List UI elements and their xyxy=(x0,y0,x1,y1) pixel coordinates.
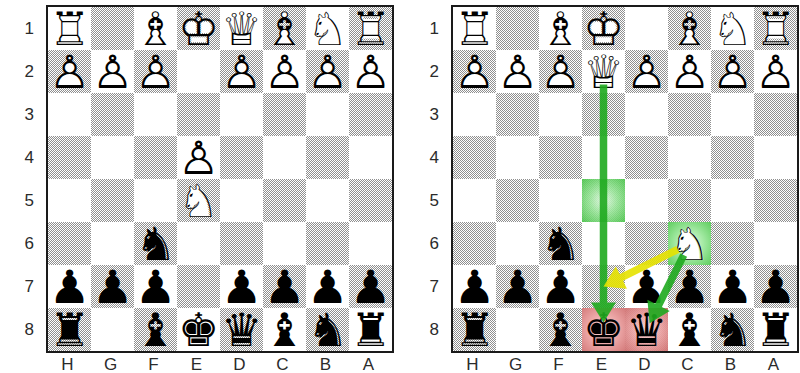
piece-glyph: ♟ xyxy=(263,265,306,308)
piece-glyph: ♙ xyxy=(91,50,134,93)
square-h3[interactable] xyxy=(453,93,496,136)
piece-white-pawn-g2[interactable]: ♟♙ xyxy=(91,50,134,93)
piece-black-bishop-f8[interactable]: ♝ xyxy=(539,308,582,351)
piece-glyph: ♝ xyxy=(539,308,582,351)
piece-glyph: ♝ xyxy=(263,308,306,351)
piece-glyph: ♜ xyxy=(453,308,496,351)
square-h8[interactable]: ♜ xyxy=(453,308,496,351)
file-labels-left: HGFEDCBA xyxy=(46,354,394,373)
piece-black-pawn-a7[interactable]: ♟ xyxy=(754,265,797,308)
piece-glyph: ♙ xyxy=(220,50,263,93)
piece-black-knight-b8[interactable]: ♞ xyxy=(711,308,754,351)
piece-glyph: ♙ xyxy=(134,50,177,93)
piece-white-queen-d1[interactable]: ♛♕ xyxy=(220,7,263,50)
square-e7[interactable] xyxy=(177,265,220,308)
piece-glyph: ♗ xyxy=(668,7,711,50)
piece-glyph: ♖ xyxy=(453,7,496,50)
piece-glyph: ♟ xyxy=(91,265,134,308)
square-b7[interactable]: ♟ xyxy=(711,265,754,308)
square-h4[interactable] xyxy=(453,136,496,179)
piece-glyph: ♜ xyxy=(48,308,91,351)
square-h8[interactable]: ♜ xyxy=(48,308,91,351)
piece-white-pawn-b2[interactable]: ♟♙ xyxy=(306,50,349,93)
file-label-b: B xyxy=(304,354,347,373)
square-b4[interactable] xyxy=(711,136,754,179)
piece-white-pawn-a2[interactable]: ♟♙ xyxy=(349,50,392,93)
piece-white-bishop-f1[interactable]: ♝♗ xyxy=(539,7,582,50)
square-e3[interactable] xyxy=(177,93,220,136)
piece-glyph: ♚ xyxy=(177,308,220,351)
piece-glyph: ♔ xyxy=(582,7,625,50)
highlight-e5-green xyxy=(582,179,625,222)
piece-black-knight-b8[interactable]: ♞ xyxy=(306,308,349,351)
piece-black-queen-d8[interactable]: ♛ xyxy=(220,308,263,351)
piece-black-pawn-g7[interactable]: ♟ xyxy=(496,265,539,308)
rank-label-1: 1 xyxy=(415,7,451,50)
square-f4[interactable] xyxy=(134,136,177,179)
file-labels-right: HGFEDCBA xyxy=(451,354,799,373)
square-f8[interactable]: ♝ xyxy=(539,308,582,351)
piece-white-pawn-a2[interactable]: ♟♙ xyxy=(754,50,797,93)
piece-glyph: ♙ xyxy=(263,50,306,93)
square-d5[interactable] xyxy=(625,179,668,222)
piece-black-pawn-c7[interactable]: ♟ xyxy=(668,265,711,308)
square-d6[interactable] xyxy=(625,222,668,265)
piece-glyph: ♟ xyxy=(539,265,582,308)
square-a2[interactable]: ♟♙ xyxy=(754,50,797,93)
square-a3[interactable] xyxy=(349,93,392,136)
piece-black-bishop-c8[interactable]: ♝ xyxy=(668,308,711,351)
piece-white-king-e1[interactable]: ♚♔ xyxy=(177,7,220,50)
square-a8[interactable]: ♜ xyxy=(754,308,797,351)
square-h7[interactable]: ♟ xyxy=(453,265,496,308)
square-e5[interactable]: ♞♘ xyxy=(177,179,220,222)
square-h5[interactable] xyxy=(453,179,496,222)
piece-glyph: ♟ xyxy=(625,265,668,308)
piece-glyph: ♙ xyxy=(48,50,91,93)
piece-glyph: ♘ xyxy=(668,222,711,265)
piece-white-rook-a1[interactable]: ♜♖ xyxy=(754,7,797,50)
piece-black-king-e8[interactable]: ♚ xyxy=(582,308,625,351)
rank-label-3: 3 xyxy=(415,93,451,136)
piece-glyph: ♟ xyxy=(496,265,539,308)
file-label-c: C xyxy=(261,354,304,373)
square-a4[interactable] xyxy=(349,136,392,179)
square-d4[interactable] xyxy=(625,136,668,179)
piece-white-bishop-f1[interactable]: ♝♗ xyxy=(134,7,177,50)
square-f2[interactable]: ♟♙ xyxy=(134,50,177,93)
square-h6[interactable] xyxy=(48,222,91,265)
square-h4[interactable] xyxy=(48,136,91,179)
piece-white-rook-a1[interactable]: ♜♖ xyxy=(349,7,392,50)
square-d3[interactable] xyxy=(625,93,668,136)
square-a8[interactable]: ♜ xyxy=(349,308,392,351)
piece-black-pawn-d7[interactable]: ♟ xyxy=(220,265,263,308)
piece-white-queen-e2[interactable]: ♛♕ xyxy=(582,50,625,93)
square-f6[interactable]: ♞ xyxy=(134,222,177,265)
square-b6[interactable] xyxy=(711,222,754,265)
piece-black-king-e8[interactable]: ♚ xyxy=(177,308,220,351)
square-d1[interactable] xyxy=(625,7,668,50)
square-a7[interactable]: ♟ xyxy=(349,265,392,308)
square-a7[interactable]: ♟ xyxy=(754,265,797,308)
square-f7[interactable]: ♟ xyxy=(134,265,177,308)
file-label-d: D xyxy=(218,354,261,373)
piece-black-rook-a8[interactable]: ♜ xyxy=(349,308,392,351)
piece-glyph: ♗ xyxy=(134,7,177,50)
piece-black-pawn-f7[interactable]: ♟ xyxy=(134,265,177,308)
piece-white-king-e1[interactable]: ♚♔ xyxy=(582,7,625,50)
square-h2[interactable]: ♟♙ xyxy=(48,50,91,93)
piece-glyph: ♖ xyxy=(48,7,91,50)
piece-black-pawn-b7[interactable]: ♟ xyxy=(711,265,754,308)
square-c5[interactable] xyxy=(668,179,711,222)
piece-black-queen-d8[interactable]: ♛ xyxy=(625,308,668,351)
square-g3[interactable] xyxy=(91,93,134,136)
square-f8[interactable]: ♝ xyxy=(134,308,177,351)
square-e6[interactable] xyxy=(177,222,220,265)
square-b8[interactable]: ♞ xyxy=(306,308,349,351)
square-h1[interactable]: ♜♖ xyxy=(48,7,91,50)
piece-glyph: ♙ xyxy=(711,50,754,93)
square-c3[interactable] xyxy=(263,93,306,136)
square-f1[interactable]: ♝♗ xyxy=(134,7,177,50)
piece-white-bishop-c1[interactable]: ♝♗ xyxy=(263,7,306,50)
rank-label-2: 2 xyxy=(415,50,451,93)
square-c7[interactable]: ♟ xyxy=(668,265,711,308)
square-c3[interactable] xyxy=(668,93,711,136)
square-b3[interactable] xyxy=(711,93,754,136)
file-label-e: E xyxy=(580,354,623,373)
file-label-g: G xyxy=(89,354,132,373)
piece-glyph: ♘ xyxy=(306,7,349,50)
square-b1[interactable]: ♞♘ xyxy=(711,7,754,50)
piece-glyph: ♗ xyxy=(263,7,306,50)
square-e2[interactable] xyxy=(177,50,220,93)
square-a5[interactable] xyxy=(349,179,392,222)
piece-glyph: ♖ xyxy=(349,7,392,50)
piece-glyph: ♟ xyxy=(453,265,496,308)
square-f6[interactable]: ♞ xyxy=(539,222,582,265)
square-c5[interactable] xyxy=(263,179,306,222)
piece-white-pawn-e4[interactable]: ♟♙ xyxy=(177,136,220,179)
square-c7[interactable]: ♟ xyxy=(263,265,306,308)
square-a6[interactable] xyxy=(754,222,797,265)
square-d5[interactable] xyxy=(220,179,263,222)
square-g4[interactable] xyxy=(91,136,134,179)
chessboard-right: ♜♖♝♗♚♔♝♗♞♘♜♖♟♙♟♙♟♙♛♕♟♙♟♙♟♙♟♙♞♞♘♟♟♟♟♟♟♟♜♝… xyxy=(451,5,799,353)
piece-glyph: ♖ xyxy=(754,7,797,50)
piece-white-pawn-c2[interactable]: ♟♙ xyxy=(668,50,711,93)
file-label-a: A xyxy=(347,354,390,373)
piece-black-pawn-g7[interactable]: ♟ xyxy=(91,265,134,308)
file-label-e: E xyxy=(175,354,218,373)
piece-glyph: ♛ xyxy=(625,308,668,351)
piece-glyph: ♝ xyxy=(668,308,711,351)
piece-black-pawn-h7[interactable]: ♟ xyxy=(48,265,91,308)
square-g8[interactable] xyxy=(91,308,134,351)
file-label-d: D xyxy=(623,354,666,373)
piece-black-knight-f6[interactable]: ♞ xyxy=(539,222,582,265)
square-e8[interactable]: ♚ xyxy=(582,308,625,351)
file-label-g: G xyxy=(494,354,537,373)
square-b4[interactable] xyxy=(306,136,349,179)
square-e6[interactable] xyxy=(582,222,625,265)
square-c4[interactable] xyxy=(668,136,711,179)
square-e5[interactable] xyxy=(582,179,625,222)
square-d7[interactable]: ♟ xyxy=(220,265,263,308)
rank-label-8: 8 xyxy=(10,308,46,351)
square-h6[interactable] xyxy=(453,222,496,265)
piece-glyph: ♟ xyxy=(349,265,392,308)
square-b1[interactable]: ♞♘ xyxy=(306,7,349,50)
piece-black-knight-f6[interactable]: ♞ xyxy=(134,222,177,265)
chess-lesson-diagram: 12345678 ♜♖♝♗♚♔♛♕♝♗♞♘♜♖♟♙♟♙♟♙♟♙♟♙♟♙♟♙♟♙♞… xyxy=(0,0,800,373)
square-b8[interactable]: ♞ xyxy=(711,308,754,351)
square-c8[interactable]: ♝ xyxy=(668,308,711,351)
square-g8[interactable] xyxy=(496,308,539,351)
piece-glyph: ♙ xyxy=(306,50,349,93)
square-b3[interactable] xyxy=(306,93,349,136)
piece-glyph: ♙ xyxy=(496,50,539,93)
square-c4[interactable] xyxy=(263,136,306,179)
rank-label-6: 6 xyxy=(10,222,46,265)
square-d3[interactable] xyxy=(220,93,263,136)
piece-glyph: ♙ xyxy=(539,50,582,93)
file-label-c: C xyxy=(666,354,709,373)
piece-white-pawn-f2[interactable]: ♟♙ xyxy=(539,50,582,93)
piece-white-pawn-d2[interactable]: ♟♙ xyxy=(220,50,263,93)
piece-glyph: ♟ xyxy=(711,265,754,308)
square-a2[interactable]: ♟♙ xyxy=(349,50,392,93)
piece-glyph: ♝ xyxy=(134,308,177,351)
square-a4[interactable] xyxy=(754,136,797,179)
piece-glyph: ♟ xyxy=(668,265,711,308)
square-h5[interactable] xyxy=(48,179,91,222)
piece-glyph: ♟ xyxy=(754,265,797,308)
square-a6[interactable] xyxy=(349,222,392,265)
piece-black-bishop-c8[interactable]: ♝ xyxy=(263,308,306,351)
square-e8[interactable]: ♚ xyxy=(177,308,220,351)
piece-white-pawn-d2[interactable]: ♟♙ xyxy=(625,50,668,93)
square-d1[interactable]: ♛♕ xyxy=(220,7,263,50)
square-f1[interactable]: ♝♗ xyxy=(539,7,582,50)
piece-white-pawn-g2[interactable]: ♟♙ xyxy=(496,50,539,93)
square-e1[interactable]: ♚♔ xyxy=(582,7,625,50)
square-b7[interactable]: ♟ xyxy=(306,265,349,308)
square-c1[interactable]: ♝♗ xyxy=(668,7,711,50)
square-d7[interactable]: ♟ xyxy=(625,265,668,308)
piece-black-pawn-c7[interactable]: ♟ xyxy=(263,265,306,308)
piece-glyph: ♟ xyxy=(306,265,349,308)
square-f5[interactable] xyxy=(539,179,582,222)
square-b5[interactable] xyxy=(306,179,349,222)
square-g2[interactable]: ♟♙ xyxy=(496,50,539,93)
square-e7[interactable] xyxy=(582,265,625,308)
square-c1[interactable]: ♝♗ xyxy=(263,7,306,50)
piece-white-knight-b1[interactable]: ♞♘ xyxy=(306,7,349,50)
square-g2[interactable]: ♟♙ xyxy=(91,50,134,93)
piece-black-pawn-f7[interactable]: ♟ xyxy=(539,265,582,308)
rank-labels-left: 12345678 xyxy=(10,5,46,351)
piece-white-rook-h1[interactable]: ♜♖ xyxy=(48,7,91,50)
file-label-a: A xyxy=(752,354,795,373)
rank-label-2: 2 xyxy=(10,50,46,93)
piece-black-rook-h8[interactable]: ♜ xyxy=(48,308,91,351)
square-c6[interactable] xyxy=(263,222,306,265)
piece-glyph: ♜ xyxy=(754,308,797,351)
square-f4[interactable] xyxy=(539,136,582,179)
square-g6[interactable] xyxy=(91,222,134,265)
piece-black-rook-h8[interactable]: ♜ xyxy=(453,308,496,351)
piece-white-bishop-c1[interactable]: ♝♗ xyxy=(668,7,711,50)
rank-label-4: 4 xyxy=(10,136,46,179)
piece-glyph: ♙ xyxy=(754,50,797,93)
piece-glyph: ♟ xyxy=(48,265,91,308)
square-f3[interactable] xyxy=(134,93,177,136)
square-d8[interactable]: ♛ xyxy=(625,308,668,351)
rank-label-7: 7 xyxy=(10,265,46,308)
piece-black-pawn-a7[interactable]: ♟ xyxy=(349,265,392,308)
square-c2[interactable]: ♟♙ xyxy=(263,50,306,93)
rank-label-5: 5 xyxy=(10,179,46,222)
square-g6[interactable] xyxy=(496,222,539,265)
square-g3[interactable] xyxy=(496,93,539,136)
file-label-f: F xyxy=(537,354,580,373)
piece-white-knight-b1[interactable]: ♞♘ xyxy=(711,7,754,50)
square-g4[interactable] xyxy=(496,136,539,179)
piece-black-pawn-h7[interactable]: ♟ xyxy=(453,265,496,308)
piece-glyph: ♟ xyxy=(134,265,177,308)
rank-label-6: 6 xyxy=(415,222,451,265)
square-c2[interactable]: ♟♙ xyxy=(668,50,711,93)
piece-white-pawn-b2[interactable]: ♟♙ xyxy=(711,50,754,93)
square-d6[interactable] xyxy=(220,222,263,265)
piece-glyph: ♞ xyxy=(711,308,754,351)
piece-glyph: ♕ xyxy=(220,7,263,50)
file-label-b: B xyxy=(709,354,752,373)
piece-white-pawn-h2[interactable]: ♟♙ xyxy=(48,50,91,93)
square-c8[interactable]: ♝ xyxy=(263,308,306,351)
square-b5[interactable] xyxy=(711,179,754,222)
square-a1[interactable]: ♜♖ xyxy=(349,7,392,50)
square-h7[interactable]: ♟ xyxy=(48,265,91,308)
square-e2[interactable]: ♛♕ xyxy=(582,50,625,93)
piece-glyph: ♞ xyxy=(134,222,177,265)
piece-white-pawn-c2[interactable]: ♟♙ xyxy=(263,50,306,93)
square-g5[interactable] xyxy=(91,179,134,222)
piece-black-rook-a8[interactable]: ♜ xyxy=(754,308,797,351)
piece-black-pawn-b7[interactable]: ♟ xyxy=(306,265,349,308)
square-d4[interactable] xyxy=(220,136,263,179)
board-right: 12345678 ♜♖♝♗♚♔♝♗♞♘♜♖♟♙♟♙♟♙♛♕♟♙♟♙♟♙♟♙♞♞♘… xyxy=(415,5,799,373)
rank-label-8: 8 xyxy=(415,308,451,351)
square-h1[interactable]: ♜♖ xyxy=(453,7,496,50)
square-c6[interactable]: ♞♘ xyxy=(668,222,711,265)
piece-glyph: ♛ xyxy=(220,308,263,351)
square-g5[interactable] xyxy=(496,179,539,222)
piece-glyph: ♘ xyxy=(177,179,220,222)
piece-white-knight-e5[interactable]: ♞♘ xyxy=(177,179,220,222)
square-e3[interactable] xyxy=(582,93,625,136)
piece-glyph: ♙ xyxy=(177,136,220,179)
square-f3[interactable] xyxy=(539,93,582,136)
piece-glyph: ♙ xyxy=(668,50,711,93)
square-a1[interactable]: ♜♖ xyxy=(754,7,797,50)
file-label-h: H xyxy=(46,354,89,373)
piece-glyph: ♟ xyxy=(220,265,263,308)
rank-label-4: 4 xyxy=(415,136,451,179)
piece-black-bishop-f8[interactable]: ♝ xyxy=(134,308,177,351)
rank-label-5: 5 xyxy=(415,179,451,222)
square-g1[interactable] xyxy=(91,7,134,50)
piece-white-rook-h1[interactable]: ♜♖ xyxy=(453,7,496,50)
square-g1[interactable] xyxy=(496,7,539,50)
square-e4[interactable]: ♟♙ xyxy=(177,136,220,179)
chessboard-left: ♜♖♝♗♚♔♛♕♝♗♞♘♜♖♟♙♟♙♟♙♟♙♟♙♟♙♟♙♟♙♞♘♞♟♟♟♟♟♟♟… xyxy=(46,5,394,353)
piece-white-pawn-h2[interactable]: ♟♙ xyxy=(453,50,496,93)
square-b6[interactable] xyxy=(306,222,349,265)
square-a5[interactable] xyxy=(754,179,797,222)
square-f5[interactable] xyxy=(134,179,177,222)
square-f2[interactable]: ♟♙ xyxy=(539,50,582,93)
rank-labels-right: 12345678 xyxy=(415,5,451,351)
piece-glyph: ♙ xyxy=(453,50,496,93)
square-f7[interactable]: ♟ xyxy=(539,265,582,308)
rank-label-3: 3 xyxy=(10,93,46,136)
piece-glyph: ♞ xyxy=(306,308,349,351)
piece-glyph: ♚ xyxy=(582,308,625,351)
square-e1[interactable]: ♚♔ xyxy=(177,7,220,50)
board-left: 12345678 ♜♖♝♗♚♔♛♕♝♗♞♘♜♖♟♙♟♙♟♙♟♙♟♙♟♙♟♙♟♙♞… xyxy=(10,5,394,373)
piece-white-pawn-f2[interactable]: ♟♙ xyxy=(134,50,177,93)
square-h2[interactable]: ♟♙ xyxy=(453,50,496,93)
square-b2[interactable]: ♟♙ xyxy=(711,50,754,93)
piece-glyph: ♗ xyxy=(539,7,582,50)
piece-black-pawn-d7[interactable]: ♟ xyxy=(625,265,668,308)
square-a3[interactable] xyxy=(754,93,797,136)
piece-glyph: ♞ xyxy=(539,222,582,265)
square-d2[interactable]: ♟♙ xyxy=(220,50,263,93)
piece-glyph: ♜ xyxy=(349,308,392,351)
file-label-f: F xyxy=(132,354,175,373)
square-e4[interactable] xyxy=(582,136,625,179)
square-d8[interactable]: ♛ xyxy=(220,308,263,351)
piece-white-knight-c6[interactable]: ♞♘ xyxy=(668,222,711,265)
square-g7[interactable]: ♟ xyxy=(91,265,134,308)
piece-glyph: ♔ xyxy=(177,7,220,50)
piece-glyph: ♘ xyxy=(711,7,754,50)
piece-glyph: ♙ xyxy=(625,50,668,93)
rank-label-7: 7 xyxy=(415,265,451,308)
piece-glyph: ♙ xyxy=(349,50,392,93)
rank-label-1: 1 xyxy=(10,7,46,50)
file-label-h: H xyxy=(451,354,494,373)
piece-glyph: ♕ xyxy=(582,50,625,93)
square-b2[interactable]: ♟♙ xyxy=(306,50,349,93)
square-d2[interactable]: ♟♙ xyxy=(625,50,668,93)
square-g7[interactable]: ♟ xyxy=(496,265,539,308)
square-h3[interactable] xyxy=(48,93,91,136)
